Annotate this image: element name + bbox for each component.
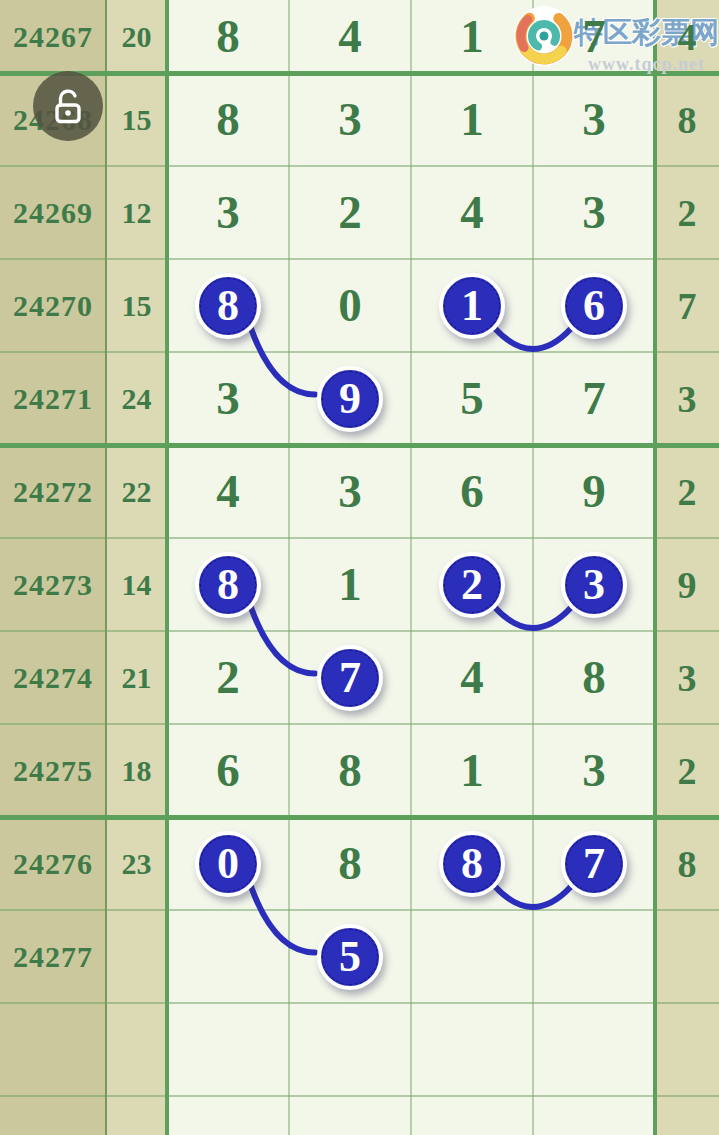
digit-cell: 3	[167, 166, 289, 259]
circled-digit: 8	[461, 842, 483, 886]
digit-cell: 0	[167, 817, 289, 910]
chart-cells: 2426720841742426815831382426912324322427…	[0, 0, 719, 1135]
digit-cell: 1	[411, 259, 533, 352]
digit-cell: 8	[167, 538, 289, 631]
digit-cell: 4	[411, 166, 533, 259]
period-cell: 24272	[0, 445, 106, 538]
digit-cell: 1	[411, 724, 533, 817]
digit-cell: 2	[411, 538, 533, 631]
digit-cell: 9	[289, 352, 411, 445]
circled-digit: 7	[339, 656, 361, 700]
digit-cell: 2	[167, 631, 289, 724]
tail-cell: 2	[655, 724, 719, 817]
period-cell: 24275	[0, 724, 106, 817]
period-cell: 24270	[0, 259, 106, 352]
digit-cell: 6	[533, 259, 655, 352]
digit-cell: 8	[167, 0, 289, 73]
sum-cell: 22	[106, 445, 167, 538]
tail-cell: 2	[655, 166, 719, 259]
digit-circle: 0	[195, 831, 261, 897]
tail-cell: 8	[655, 73, 719, 166]
digit-cell: 0	[289, 259, 411, 352]
unlocked-padlock-icon	[48, 86, 88, 126]
sum-cell: 24	[106, 352, 167, 445]
circled-digit: 0	[217, 842, 239, 886]
sum-cell: 12	[106, 166, 167, 259]
digit-cell: 4	[411, 631, 533, 724]
digit-cell: 9	[533, 445, 655, 538]
lottery-trend-chart: 特区彩票网 www.tqcp.net 242672084174242681583…	[0, 0, 719, 1135]
digit-cell: 8	[289, 817, 411, 910]
tail-cell: 4	[655, 0, 719, 73]
digit-cell: 6	[167, 724, 289, 817]
tail-cell: 9	[655, 538, 719, 631]
digit-circle: 2	[439, 552, 505, 618]
digit-cell: 3	[289, 73, 411, 166]
tail-cell: 8	[655, 817, 719, 910]
digit-cell: 1	[411, 0, 533, 73]
sum-cell: 18	[106, 724, 167, 817]
period-cell: 24277	[0, 910, 106, 1003]
digit-circle: 7	[561, 831, 627, 897]
period-cell: 24274	[0, 631, 106, 724]
circled-digit: 1	[461, 284, 483, 328]
digit-cell: 2	[289, 166, 411, 259]
digit-cell: 4	[289, 0, 411, 73]
circled-digit: 9	[339, 377, 361, 421]
digit-cell: 8	[167, 259, 289, 352]
digit-circle: 9	[317, 366, 383, 432]
sum-cell: 23	[106, 817, 167, 910]
digit-cell: 3	[533, 73, 655, 166]
circled-digit: 7	[583, 842, 605, 886]
period-cell: 24273	[0, 538, 106, 631]
digit-cell: 3	[167, 352, 289, 445]
circled-digit: 8	[217, 563, 239, 607]
digit-circle: 7	[317, 645, 383, 711]
circled-digit: 8	[217, 284, 239, 328]
digit-cell: 3	[289, 445, 411, 538]
period-cell: 24271	[0, 352, 106, 445]
digit-cell: 7	[533, 352, 655, 445]
tail-cell: 2	[655, 445, 719, 538]
tail-cell: 7	[655, 259, 719, 352]
digit-circle: 3	[561, 552, 627, 618]
tail-cell: 3	[655, 352, 719, 445]
circled-digit: 6	[583, 284, 605, 328]
period-cell: 24269	[0, 166, 106, 259]
digit-circle: 8	[439, 831, 505, 897]
digit-cell: 4	[167, 445, 289, 538]
tail-cell: 3	[655, 631, 719, 724]
digit-cell: 7	[533, 817, 655, 910]
digit-cell: 3	[533, 724, 655, 817]
digit-circle: 8	[195, 552, 261, 618]
digit-cell: 7	[289, 631, 411, 724]
digit-circle: 8	[195, 273, 261, 339]
digit-circle: 6	[561, 273, 627, 339]
circled-digit: 3	[583, 563, 605, 607]
digit-circle: 1	[439, 273, 505, 339]
circled-digit: 5	[339, 935, 361, 979]
sum-cell: 15	[106, 73, 167, 166]
digit-cell: 6	[411, 445, 533, 538]
digit-cell: 1	[411, 73, 533, 166]
digit-cell: 1	[289, 538, 411, 631]
period-cell: 24276	[0, 817, 106, 910]
digit-cell: 8	[167, 73, 289, 166]
digit-cell: 5	[411, 352, 533, 445]
sum-cell: 20	[106, 0, 167, 73]
digit-circle: 5	[317, 924, 383, 990]
digit-cell: 8	[533, 631, 655, 724]
period-cell: 24267	[0, 0, 106, 73]
lock-button[interactable]	[33, 71, 103, 141]
digit-cell: 8	[289, 724, 411, 817]
digit-cell: 3	[533, 538, 655, 631]
circled-digit: 2	[461, 563, 483, 607]
sum-cell: 14	[106, 538, 167, 631]
digit-cell: 8	[411, 817, 533, 910]
sum-cell: 15	[106, 259, 167, 352]
digit-cell: 5	[289, 910, 411, 1003]
sum-cell: 21	[106, 631, 167, 724]
digit-cell: 7	[533, 0, 655, 73]
digit-cell: 3	[533, 166, 655, 259]
